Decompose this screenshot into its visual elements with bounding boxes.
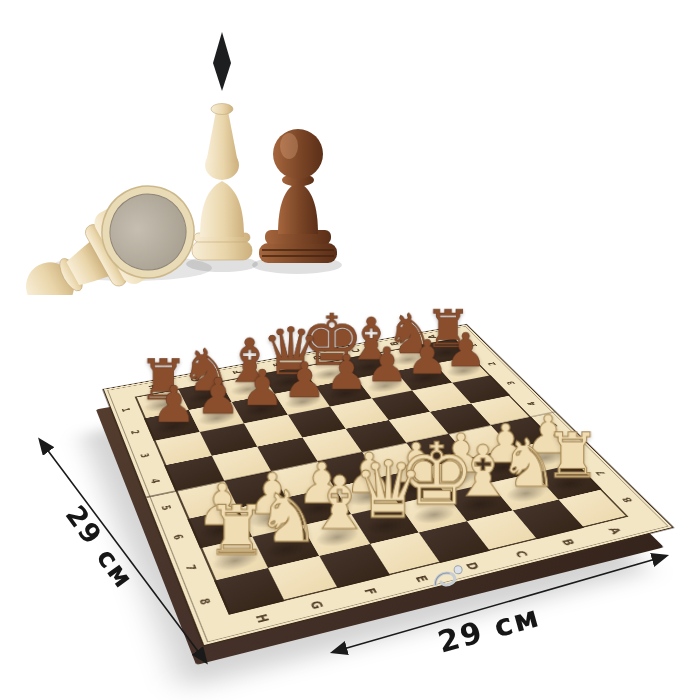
- loose-pieces-photo: [10, 5, 370, 295]
- standing-dark-pawn-icon: [259, 129, 337, 263]
- file-label-text: A: [605, 526, 624, 535]
- king-black-spike: [213, 32, 231, 91]
- dark-pawn-H2: ♟: [115, 379, 231, 429]
- pawn-felt-base: [96, 180, 199, 283]
- file-label-text: F: [360, 587, 379, 597]
- file-label-text: H: [252, 613, 272, 625]
- file-label-text: G: [307, 599, 327, 610]
- lying-pawn-shadow: [48, 255, 212, 281]
- pawn-base-rim: [85, 169, 210, 294]
- file-label-text: C: [511, 549, 530, 558]
- rank-label-text: 3: [138, 452, 153, 458]
- dark-pawn-shadow: [252, 256, 342, 274]
- rank-label-text: 2: [128, 429, 142, 435]
- standing-light-king-icon: [192, 32, 252, 260]
- king-shadow: [186, 256, 258, 272]
- rank-label-text: 3: [505, 380, 519, 385]
- file-label-text: E: [412, 574, 431, 583]
- rank-label-text: 8: [196, 597, 214, 606]
- lying-light-pawn-icon: [10, 169, 211, 295]
- file-label-text: B: [559, 538, 578, 547]
- light-rook-H7: ♜: [167, 496, 305, 565]
- chessboard: HGFEDCBA1♜♞♝♛♚♝♞♜12♟♟♟♟♟♟♟♟23344556♟♟♟♟♟…: [104, 325, 672, 645]
- rank-label-text: 8: [620, 496, 636, 503]
- file-label-text: D: [462, 561, 482, 571]
- product-photo-chess-set: { "game": "chess", "position": { "fen_as…: [0, 0, 700, 700]
